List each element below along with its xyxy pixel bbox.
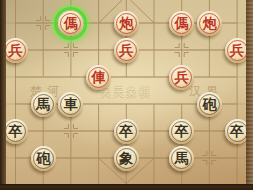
piece-label: 馬 [175,151,189,165]
xiangqi-piece-black[interactable]: 象 [114,146,139,171]
piece-label: 炮 [119,16,133,30]
piece-label: 卒 [119,124,133,138]
piece-label: 兵 [230,43,244,57]
board-frame-bottom [0,184,253,190]
piece-label: 傌 [64,16,78,30]
board-frame-right [246,0,253,190]
piece-label: 兵 [175,70,189,84]
board-frame-left [0,0,6,190]
piece-label: 砲 [202,97,216,111]
piece-label: 兵 [119,43,133,57]
xiangqi-piece-red[interactable]: 傌 [58,11,83,36]
piece-label: 卒 [175,124,189,138]
xiangqi-piece-black[interactable]: 卒 [114,119,139,144]
piece-label: 象 [119,151,133,165]
xiangqi-piece-black[interactable]: 卒 [3,119,28,144]
xiangqi-piece-black[interactable]: 車 [58,92,83,117]
piece-label: 車 [64,97,78,111]
xiangqi-piece-red[interactable]: 兵 [169,65,194,90]
xiangqi-piece-red[interactable]: 兵 [3,38,28,63]
piece-label: 卒 [230,124,244,138]
piece-label: 馬 [36,97,50,111]
xiangqi-piece-black[interactable]: 砲 [197,92,222,117]
xiangqi-board[interactable]: 楚河 汉界 天天象棋 傌炮傌炮兵兵兵俥兵馬車砲卒卒卒卒砲象馬 [0,0,253,190]
piece-label: 傌 [175,16,189,30]
xiangqi-piece-red[interactable]: 兵 [114,38,139,63]
xiangqi-piece-black[interactable]: 馬 [169,146,194,171]
piece-label: 兵 [9,43,23,57]
xiangqi-piece-black[interactable]: 馬 [31,92,56,117]
piece-label: 卒 [9,124,23,138]
xiangqi-piece-black[interactable]: 卒 [169,119,194,144]
xiangqi-piece-red[interactable]: 炮 [114,11,139,36]
xiangqi-piece-red[interactable]: 傌 [169,11,194,36]
app-watermark: 天天象棋 [100,85,152,100]
piece-label: 砲 [36,151,50,165]
xiangqi-piece-red[interactable]: 俥 [86,65,111,90]
xiangqi-piece-black[interactable]: 砲 [31,146,56,171]
piece-label: 炮 [202,16,216,30]
xiangqi-piece-red[interactable]: 炮 [197,11,222,36]
piece-label: 俥 [92,70,106,84]
